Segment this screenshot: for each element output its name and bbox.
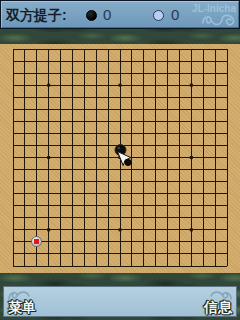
go-board[interactable] (0, 44, 240, 273)
last-move-marker (34, 239, 39, 244)
white-capture-count: 0 (171, 6, 179, 23)
white-stone-icon (153, 10, 164, 21)
softkey-panel (3, 286, 237, 317)
black-capture-count: 0 (103, 6, 111, 23)
board-cell[interactable] (31, 236, 43, 248)
phone-screen: 双方提子: 0 0 JL-Inicha (0, 0, 240, 320)
menu-softkey[interactable]: 菜单 (8, 299, 36, 317)
white-stone (31, 236, 42, 247)
swirl-ornament-icon (200, 11, 238, 31)
black-stone-cursor-icon[interactable] (112, 142, 138, 170)
info-softkey[interactable]: 信息 (204, 299, 232, 317)
black-stone-icon (86, 10, 97, 21)
softkey-bar: 菜单 信息 (0, 284, 240, 320)
captures-label: 双方提子: (6, 7, 67, 25)
